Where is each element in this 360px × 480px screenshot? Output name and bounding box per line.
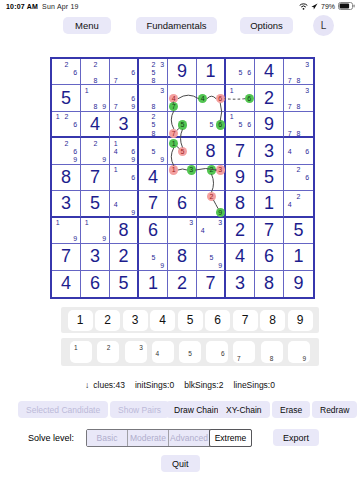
chain-candidate-red: 3 (216, 165, 225, 174)
cell-r5c1[interactable]: 8 (52, 165, 81, 191)
digit-button-9[interactable]: 9 (288, 310, 313, 331)
chain-candidate-green: 4 (198, 94, 207, 103)
cell-r2c1[interactable]: 5 (52, 85, 81, 111)
cell-r9c1[interactable]: 4 (52, 271, 81, 297)
chain-candidate-green: 1 (169, 139, 178, 148)
candidate: 9 (129, 102, 138, 111)
solved-digit: 5 (284, 218, 313, 243)
candidate: 3 (158, 60, 167, 69)
candidate: 4 (111, 147, 120, 156)
level-basic[interactable]: Basic (87, 430, 128, 446)
candidate-button-digit: 6 (221, 349, 225, 356)
candidate: 1 (53, 112, 62, 121)
candidate-button-1[interactable]: 1 (70, 341, 92, 363)
candidate-button-digit: 2 (107, 344, 111, 351)
chain-candidate-green: 6 (216, 120, 225, 129)
cell-r9c4[interactable]: 1 (139, 271, 168, 297)
solved-digit: 3 (255, 138, 283, 163)
cell-r7c7[interactable]: 2 (226, 218, 255, 244)
candidate: 7 (111, 76, 120, 85)
candidate-button-digit: 4 (156, 349, 160, 356)
cell-r8c5[interactable]: 8 (168, 244, 197, 270)
cell-r6c5[interactable]: 6 (168, 191, 197, 217)
solved-digit: 4 (81, 112, 109, 136)
solved-digit: 8 (226, 191, 254, 215)
candidate-button-2[interactable]: 2 (97, 341, 119, 363)
cell-r2c6[interactable]: 46 (197, 85, 226, 111)
cell-r5c3[interactable]: 16 (110, 165, 139, 191)
candidate: 7 (111, 102, 120, 111)
cell-r6c2[interactable]: 5 (81, 191, 110, 217)
cell-r8c8[interactable]: 6 (255, 244, 284, 270)
candidate: 6 (245, 120, 254, 129)
wifi-icon (299, 3, 308, 11)
candidate-button-9[interactable]: 9 (288, 341, 310, 363)
chain-candidate-green: 9 (216, 208, 225, 217)
cell-r7c9[interactable]: 5 (284, 218, 313, 244)
level-extreme[interactable]: Extreme (209, 429, 252, 447)
candidate: 5 (207, 253, 216, 262)
cell-r8c1[interactable]: 7 (52, 244, 81, 270)
cell-r6c1[interactable]: 3 (52, 191, 81, 217)
cell-r8c3[interactable]: 2 (110, 244, 139, 270)
line-singles-count: lineSings:0 (233, 380, 275, 390)
cell-r7c8[interactable]: 7 (255, 218, 284, 244)
location-icon (311, 3, 318, 11)
cell-r6c6[interactable]: 29 (197, 191, 226, 217)
cell-r3c8[interactable]: 9 (255, 112, 284, 138)
clock: 10:07 AM (6, 3, 38, 10)
cell-r9c6[interactable]: 7 (197, 271, 226, 297)
clues-count: clues:43 (93, 380, 125, 390)
cell-r9c3[interactable]: 5 (110, 271, 139, 297)
solved-digit: 7 (139, 191, 167, 215)
level-advanced[interactable]: Advanced (169, 430, 210, 446)
solved-digit: 6 (168, 191, 196, 215)
candidate: 9 (158, 261, 167, 270)
chain-candidate-red: 1 (169, 165, 178, 174)
candidate-button-digit: 3 (139, 344, 143, 351)
solved-digit: 1 (255, 191, 283, 215)
candidate: 8 (91, 76, 100, 85)
cell-r9c8[interactable]: 8 (255, 271, 284, 297)
candidate: 2 (62, 112, 71, 121)
solved-digit: 5 (255, 165, 283, 190)
solved-digit: 2 (226, 218, 254, 243)
cell-r8c4[interactable]: 59 (139, 244, 168, 270)
chain-candidate-green: 2 (207, 165, 216, 174)
cell-r8c2[interactable]: 3 (81, 244, 110, 270)
digit-button-3[interactable]: 3 (123, 310, 148, 331)
level-moderate[interactable]: Moderate (128, 430, 169, 446)
cell-r3c2[interactable]: 4 (81, 112, 110, 138)
export-button[interactable]: Export (273, 429, 319, 446)
solved-digit: 5 (52, 85, 80, 110)
candidate: 3 (303, 86, 312, 95)
candidate-button-digit: 7 (237, 355, 241, 362)
solved-digit: 2 (168, 271, 196, 297)
solved-digit: 7 (81, 165, 109, 190)
stats-line: ↓ clues:43 initSings:0 blkSings:2 lineSi… (0, 380, 360, 390)
cell-r7c6[interactable]: 34 (197, 218, 226, 244)
digit-button-7[interactable]: 7 (233, 310, 258, 331)
cell-r4c8[interactable]: 3 (255, 138, 284, 164)
cell-r4c5[interactable]: 15 (168, 138, 197, 164)
solved-digit: 3 (110, 112, 137, 136)
cell-r5c4[interactable]: 4 (139, 165, 168, 191)
menu-button[interactable]: Menu (63, 17, 111, 34)
cell-r4c1[interactable]: 269 (52, 138, 81, 164)
cell-r7c1[interactable]: 19 (52, 218, 81, 244)
cell-r1c5[interactable]: 9 (168, 59, 197, 85)
candidate: 9 (158, 155, 167, 164)
solved-digit: 5 (110, 271, 137, 297)
solved-digit: 3 (81, 244, 109, 269)
cell-r6c7[interactable]: 8 (226, 191, 255, 217)
candidate: 9 (129, 208, 138, 217)
solved-digit: 8 (197, 138, 224, 163)
cell-r4c9[interactable]: 46 (284, 138, 313, 164)
candidate: 2 (62, 60, 71, 69)
solved-digit: 8 (255, 271, 283, 297)
date: Sun Apr 19 (42, 3, 79, 10)
candidate-pad: 123456789 (61, 338, 319, 366)
candidate: 7 (285, 102, 294, 111)
candidate: 1 (82, 218, 91, 227)
cell-r3c6[interactable]: 56 (197, 112, 226, 138)
solved-digit: 2 (110, 244, 137, 269)
init-singles-count: initSings:0 (135, 380, 174, 390)
cell-r1c9[interactable]: 378 (284, 59, 313, 85)
cell-r9c7[interactable]: 3 (226, 271, 255, 297)
candidate: 9 (129, 155, 138, 164)
candidate: 7 (285, 129, 294, 138)
digit-button-6[interactable]: 6 (205, 310, 230, 331)
cell-r5c6[interactable]: 23 (197, 165, 226, 191)
solved-digit: 7 (197, 271, 224, 297)
solved-digit: 6 (139, 218, 167, 243)
cell-r9c5[interactable]: 2 (168, 271, 197, 297)
solved-digit: 5 (81, 191, 109, 215)
chain-candidate-red: 5 (178, 147, 187, 156)
cell-r2c3[interactable]: 679 (110, 85, 139, 111)
cell-r3c3[interactable]: 3 (110, 112, 139, 138)
solved-digit: 2 (255, 85, 283, 110)
cell-r7c5[interactable]: 3 (168, 218, 197, 244)
candidate: 2 (91, 60, 100, 69)
candidate-button-digit: 9 (302, 355, 306, 362)
options-button[interactable]: Options (240, 17, 293, 34)
digit-pad: 123456789 (61, 307, 319, 333)
solve-level-segmented-control: Basic Moderate Advanced Extreme (86, 429, 252, 447)
candidate: 8 (294, 102, 303, 111)
candidate: 5 (149, 147, 158, 156)
candidate-button-5[interactable]: 5 (179, 341, 201, 363)
cell-r3c4[interactable]: 258 (139, 112, 168, 138)
candidate: 5 (207, 120, 216, 129)
candidate-button-4[interactable]: 4 (152, 341, 174, 363)
candidate-button-digit: 8 (270, 355, 274, 362)
solved-digit: 1 (197, 59, 224, 84)
candidate: 2 (294, 165, 303, 174)
candidate: 6 (129, 68, 138, 77)
cell-r1c1[interactable]: 26 (52, 59, 81, 85)
cell-r2c7[interactable]: 16 (226, 85, 255, 111)
cell-r5c9[interactable]: 26 (284, 165, 313, 191)
cell-r8c9[interactable]: 1 (284, 244, 313, 270)
status-time-date: 10:07 AMSun Apr 19 (6, 3, 79, 10)
cell-r4c6[interactable]: 8 (197, 138, 226, 164)
chain-candidate-green: 5 (178, 120, 187, 129)
cell-r1c2[interactable]: 28 (81, 59, 110, 85)
cell-r2c2[interactable]: 189 (81, 85, 110, 111)
candidate: 9 (71, 155, 80, 164)
candidate-button-6[interactable]: 6 (206, 341, 228, 363)
solved-digit: 6 (81, 271, 109, 297)
cell-r5c8[interactable]: 5 (255, 165, 284, 191)
candidate: 6 (129, 173, 138, 182)
chain-candidate-green: 6 (245, 94, 254, 103)
candidate-button-7[interactable]: 7 (233, 341, 255, 363)
candidate: 5 (236, 120, 245, 129)
chain-candidate-red: 6 (216, 94, 225, 103)
candidate: 6 (303, 173, 312, 182)
candidate: 3 (187, 218, 196, 227)
candidate: 2 (91, 139, 100, 148)
erase-button[interactable]: Erase (272, 401, 310, 418)
cell-r7c4[interactable]: 6 (139, 218, 168, 244)
battery-icon (338, 2, 355, 11)
candidate: 5 (149, 253, 158, 262)
solved-digit: 9 (255, 112, 283, 136)
cell-r1c6[interactable]: 1 (197, 59, 226, 85)
candidate: 4 (285, 147, 294, 156)
fundamentals-button[interactable]: Fundamentals (136, 17, 217, 34)
solved-digit: 4 (255, 59, 283, 84)
candidate-button-digit: 5 (188, 349, 192, 356)
cell-r1c3[interactable]: 67 (110, 59, 139, 85)
solved-digit: 3 (52, 191, 80, 215)
cell-r8c7[interactable]: 4 (226, 244, 255, 270)
solve-level-label: Solve level: (28, 433, 74, 443)
xy-chain-button[interactable]: XY-Chain (218, 401, 270, 418)
candidate: 8 (149, 76, 158, 85)
cell-r4c3[interactable]: 1469 (110, 138, 139, 164)
battery-percent: 79% (321, 3, 335, 10)
solved-digit: 1 (139, 271, 167, 297)
candidate: 9 (100, 155, 109, 164)
solved-digit: 4 (226, 244, 254, 269)
cell-r1c7[interactable]: 56 (226, 59, 255, 85)
quit-button[interactable]: Quit (161, 455, 200, 472)
candidate: 8 (149, 129, 158, 138)
candidate: 8 (294, 129, 303, 138)
candidate: 5 (236, 68, 245, 77)
status-bar: 10:07 AMSun Apr 19 79% (0, 0, 360, 14)
candidate: 6 (71, 120, 80, 129)
candidate-button-digit: 1 (74, 344, 78, 351)
cell-r2c5[interactable]: 47 (168, 85, 197, 111)
cell-r6c9[interactable]: 24 (284, 191, 313, 217)
solved-digit: 9 (284, 271, 313, 297)
show-pairs-button[interactable]: Show Pairs (110, 401, 169, 418)
candidate: 3 (303, 60, 312, 69)
cell-r8c6[interactable]: 59 (197, 244, 226, 270)
candidate: 2 (62, 139, 71, 148)
candidate: 6 (303, 147, 312, 156)
candidate: 9 (216, 261, 225, 270)
solved-digit: 8 (168, 244, 196, 269)
candidate: 6 (71, 68, 80, 77)
cell-r7c2[interactable]: 19 (81, 218, 110, 244)
down-arrow-icon: ↓ (85, 380, 89, 390)
candidate: 9 (71, 234, 80, 243)
cell-r6c3[interactable]: 49 (110, 191, 139, 217)
chain-candidate-green: 3 (187, 165, 196, 174)
solved-digit: 7 (255, 218, 283, 243)
candidate: 1 (227, 86, 236, 95)
digit-button-8[interactable]: 8 (260, 310, 285, 331)
solved-digit: 8 (110, 218, 137, 243)
candidate-button-8[interactable]: 8 (261, 341, 283, 363)
block-singles-count: blkSings:2 (184, 380, 223, 390)
candidate: 8 (91, 102, 100, 111)
cell-r1c8[interactable]: 4 (255, 59, 284, 85)
candidate: 4 (198, 226, 207, 235)
digit-button-5[interactable]: 5 (178, 310, 203, 331)
digit-button-2[interactable]: 2 (95, 310, 120, 331)
candidate: 8 (149, 102, 158, 111)
cell-r4c2[interactable]: 29 (81, 138, 110, 164)
digit-button-4[interactable]: 4 (150, 310, 175, 331)
cell-r5c2[interactable]: 7 (81, 165, 110, 191)
cell-r4c4[interactable]: 59 (139, 138, 168, 164)
solved-digit: 9 (226, 165, 254, 190)
cell-r9c9[interactable]: 9 (284, 271, 313, 297)
cell-r3c5[interactable]: 57 (168, 112, 197, 138)
solved-digit: 4 (52, 271, 80, 297)
candidate: 4 (285, 200, 294, 209)
profile-button[interactable]: L (313, 15, 334, 36)
candidate: 6 (245, 68, 254, 77)
candidate: 8 (294, 76, 303, 85)
solved-digit: 1 (284, 244, 313, 269)
candidate: 9 (100, 102, 109, 111)
candidate: 7 (285, 76, 294, 85)
digit-button-1[interactable]: 1 (68, 310, 93, 331)
cell-r6c8[interactable]: 1 (255, 191, 284, 217)
chain-candidate-green: 7 (169, 102, 178, 111)
selected-candidate-button[interactable]: Selected Candidate (18, 401, 108, 418)
solved-digit: 6 (255, 244, 283, 269)
solved-digit: 3 (226, 271, 254, 297)
cell-r3c9[interactable]: 78 (284, 112, 313, 138)
candidate: 1 (53, 218, 62, 227)
solved-digit: 4 (139, 165, 167, 190)
redraw-button[interactable]: Redraw (312, 401, 357, 418)
cell-r3c7[interactable]: 156 (226, 112, 255, 138)
cell-r4c7[interactable]: 7 (226, 138, 255, 164)
cell-r3c1[interactable]: 126 (52, 112, 81, 138)
solved-digit: 9 (168, 59, 196, 84)
candidate: 4 (111, 200, 120, 209)
cell-r5c5[interactable]: 13 (168, 165, 197, 191)
candidate: 9 (100, 234, 109, 243)
cell-r2c8[interactable]: 2 (255, 85, 284, 111)
candidate: 2 (294, 192, 303, 201)
sudoku-board: 2628672358915643785189679384746162378126… (50, 57, 315, 299)
candidate: 1 (82, 86, 91, 95)
candidate: 1 (227, 112, 236, 121)
cell-r5c7[interactable]: 9 (226, 165, 255, 191)
cell-r9c2[interactable]: 6 (81, 271, 110, 297)
candidate: 3 (158, 86, 167, 95)
chain-candidate-red: 2 (207, 192, 216, 201)
solved-digit: 8 (52, 165, 80, 190)
solved-digit: 7 (52, 244, 80, 269)
solved-digit: 7 (226, 138, 254, 163)
candidate-button-3[interactable]: 3 (125, 341, 147, 363)
cell-r7c3[interactable]: 8 (110, 218, 139, 244)
cell-r2c4[interactable]: 38 (139, 85, 168, 111)
candidate: 1 (111, 165, 120, 174)
chain-candidate-red: 7 (169, 129, 178, 138)
cell-r2c9[interactable]: 378 (284, 85, 313, 111)
cell-r1c4[interactable]: 2358 (139, 59, 168, 85)
candidate: 3 (216, 218, 225, 227)
cell-r6c4[interactable]: 7 (139, 191, 168, 217)
